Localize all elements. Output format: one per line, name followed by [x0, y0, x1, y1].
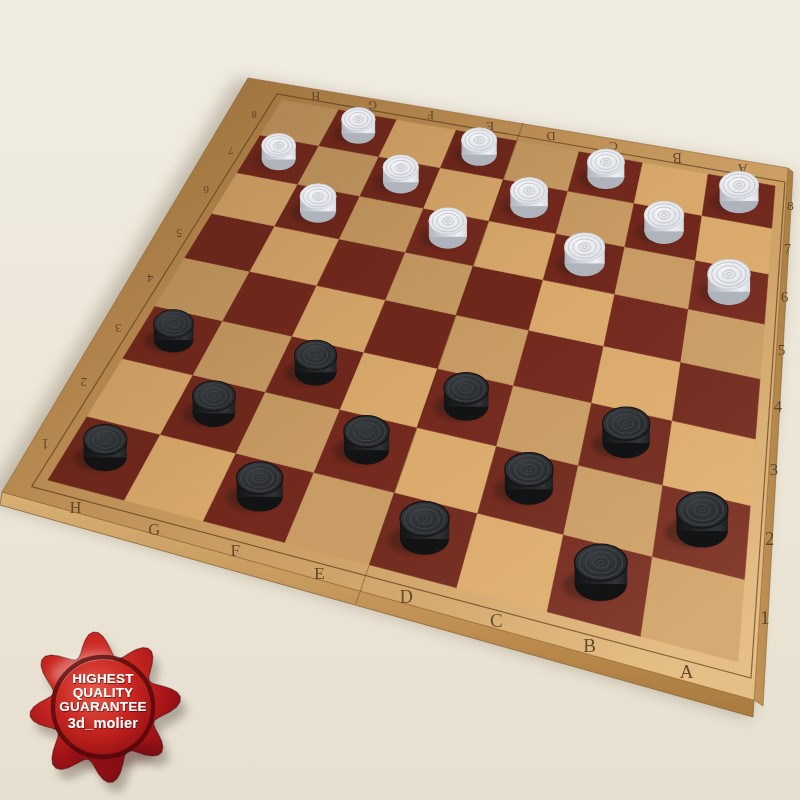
rank-label-left-1: 1 — [42, 436, 49, 451]
rank-label-right-8: 8 — [787, 198, 794, 213]
rank-label-right-1: 1 — [760, 607, 769, 628]
file-label-near-c: C — [490, 610, 503, 631]
board-render: HHGGFFEEDDCCBBAA1122334455667788HIGHESTQ… — [0, 0, 800, 800]
file-label-near-a: A — [680, 661, 694, 682]
badge-text-line-3: GUARANTEE — [59, 699, 146, 714]
rank-label-left-3: 3 — [115, 321, 121, 335]
file-label-near-e: E — [314, 563, 325, 583]
file-label-far-h: H — [311, 89, 320, 103]
scene: HHGGFFEEDDCCBBAA1122334455667788HIGHESTQ… — [0, 0, 800, 800]
rank-label-left-8: 8 — [251, 109, 256, 120]
rank-label-right-6: 6 — [781, 289, 788, 305]
rank-label-right-2: 2 — [765, 529, 774, 549]
file-label-near-f: F — [231, 541, 241, 560]
file-label-near-h: H — [70, 499, 82, 516]
rank-label-left-7: 7 — [228, 145, 234, 157]
rank-label-left-6: 6 — [203, 184, 209, 196]
file-label-far-d: D — [546, 129, 555, 144]
rank-label-left-4: 4 — [147, 271, 153, 285]
badge-text-line-2: QUALITY — [73, 685, 134, 700]
file-label-near-g: G — [148, 520, 160, 539]
rank-label-right-7: 7 — [784, 242, 791, 257]
rank-label-left-2: 2 — [80, 375, 87, 390]
file-label-near-b: B — [583, 635, 596, 656]
file-label-far-f: F — [427, 108, 434, 122]
rank-label-left-5: 5 — [176, 226, 182, 239]
badge-text-line-1: HIGHEST — [72, 671, 134, 686]
rank-label-right-4: 4 — [774, 398, 782, 415]
file-label-near-d: D — [400, 587, 413, 607]
file-label-far-b: B — [673, 150, 682, 165]
rank-label-right-5: 5 — [778, 341, 786, 358]
rank-label-right-3: 3 — [770, 460, 778, 479]
badge-text-line-4: 3d_molier — [68, 715, 138, 731]
